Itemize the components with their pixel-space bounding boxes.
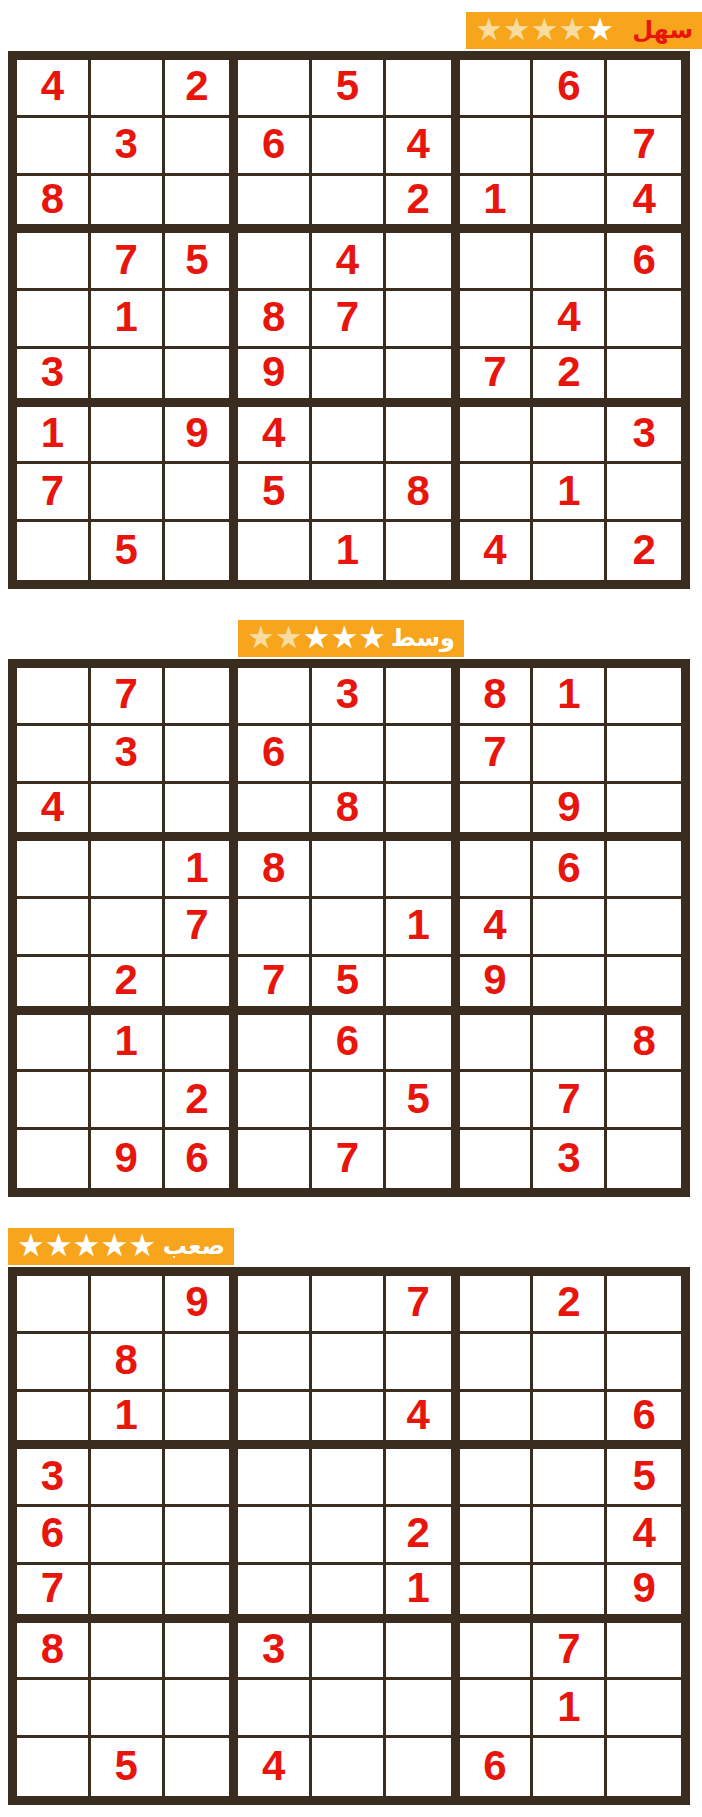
sudoku-cell-r8c2[interactable] bbox=[91, 1680, 165, 1738]
star-icon: ★ bbox=[100, 1230, 128, 1261]
sudoku-cell-r9c5[interactable]: 1 bbox=[312, 522, 386, 580]
sudoku-cell-r7c7[interactable] bbox=[460, 1015, 534, 1073]
puzzle-easy: ★★★★★ سهل 425636478214754618743972194375… bbox=[0, 12, 702, 589]
sudoku-cell-r4c7[interactable] bbox=[460, 233, 534, 291]
sudoku-cell-r4c2[interactable] bbox=[91, 841, 165, 899]
star-icon: ★ bbox=[531, 14, 559, 45]
sudoku-cell-r8c2[interactable] bbox=[91, 1072, 165, 1130]
sudoku-cell-r9c4[interactable] bbox=[238, 522, 312, 580]
sudoku-cell-r1c8[interactable]: 6 bbox=[533, 60, 607, 118]
star-icon: ★ bbox=[45, 1230, 73, 1261]
sudoku-cell-r2c5[interactable] bbox=[312, 1334, 386, 1392]
sudoku-cell-r8c6[interactable] bbox=[386, 1680, 460, 1738]
star-icon: ★ bbox=[330, 622, 358, 653]
sudoku-cell-r2c4[interactable] bbox=[238, 1334, 312, 1392]
sudoku-cell-r5c7[interactable]: 4 bbox=[460, 899, 534, 957]
sudoku-cell-r7c9[interactable]: 8 bbox=[607, 1015, 681, 1073]
sudoku-cell-r3c2[interactable]: 1 bbox=[91, 1392, 165, 1450]
sudoku-cell-r4c4[interactable]: 8 bbox=[238, 841, 312, 899]
sudoku-cell-r2c3[interactable] bbox=[165, 118, 239, 176]
sudoku-cell-r4c2[interactable]: 7 bbox=[91, 233, 165, 291]
sudoku-cell-r3c7[interactable] bbox=[460, 784, 534, 842]
star-icon: ★ bbox=[358, 622, 386, 653]
sudoku-cell-r4c1[interactable]: 3 bbox=[17, 1449, 91, 1507]
sudoku-cell-r6c9[interactable]: 9 bbox=[607, 1565, 681, 1623]
sudoku-cell-r5c2[interactable] bbox=[91, 1507, 165, 1565]
sudoku-cell-r6c2[interactable] bbox=[91, 1565, 165, 1623]
sudoku-cell-r6c8[interactable]: 2 bbox=[533, 349, 607, 407]
sudoku-cell-r5c7[interactable] bbox=[460, 291, 534, 349]
star-icon: ★ bbox=[475, 14, 503, 45]
sudoku-cell-r7c6[interactable] bbox=[386, 407, 460, 465]
sudoku-cell-r7c8[interactable]: 7 bbox=[533, 1623, 607, 1681]
sudoku-cell-r1c2[interactable] bbox=[91, 60, 165, 118]
sudoku-cell-r7c3[interactable] bbox=[165, 1623, 239, 1681]
sudoku-cell-r1c1[interactable] bbox=[17, 1276, 91, 1334]
sudoku-cell-r6c1[interactable]: 7 bbox=[17, 1565, 91, 1623]
sudoku-cell-r3c6[interactable] bbox=[386, 784, 460, 842]
sudoku-cell-r3c1[interactable]: 4 bbox=[17, 784, 91, 842]
sudoku-cell-r5c2[interactable]: 1 bbox=[91, 291, 165, 349]
sudoku-cell-r7c2[interactable]: 1 bbox=[91, 1015, 165, 1073]
sudoku-cell-r5c8[interactable] bbox=[533, 1507, 607, 1565]
sudoku-cell-r8c5[interactable] bbox=[312, 1680, 386, 1738]
sudoku-cell-r1c6[interactable] bbox=[386, 668, 460, 726]
difficulty-label-hard: صعب bbox=[163, 1234, 225, 1258]
sudoku-cell-r5c6[interactable] bbox=[386, 291, 460, 349]
sudoku-cell-r9c1[interactable] bbox=[17, 1738, 91, 1796]
sudoku-cell-r6c8[interactable] bbox=[533, 957, 607, 1015]
sudoku-cell-r8c1[interactable] bbox=[17, 1680, 91, 1738]
sudoku-cell-r3c5[interactable] bbox=[312, 1392, 386, 1450]
sudoku-cell-r7c2[interactable] bbox=[91, 1623, 165, 1681]
sudoku-cell-r8c6[interactable]: 8 bbox=[386, 464, 460, 522]
sudoku-cell-r9c5[interactable]: 7 bbox=[312, 1130, 386, 1188]
sudoku-cell-r6c7[interactable]: 9 bbox=[460, 957, 534, 1015]
sudoku-cell-r3c3[interactable] bbox=[165, 784, 239, 842]
sudoku-cell-r9c8[interactable]: 3 bbox=[533, 1130, 607, 1188]
sudoku-cell-r4c8[interactable]: 6 bbox=[533, 841, 607, 899]
difficulty-banner-medium: ★★★★★ وسط bbox=[238, 620, 464, 657]
gap-2 bbox=[0, 1197, 702, 1228]
sudoku-cell-r1c7[interactable]: 8 bbox=[460, 668, 534, 726]
sudoku-cell-r2c5[interactable] bbox=[312, 726, 386, 784]
sudoku-cell-r2c2[interactable]: 3 bbox=[91, 726, 165, 784]
sudoku-cell-r4c8[interactable] bbox=[533, 1449, 607, 1507]
sudoku-cell-r9c6[interactable] bbox=[386, 1738, 460, 1796]
sudoku-cell-r8c4[interactable] bbox=[238, 1072, 312, 1130]
sudoku-cell-r2c6[interactable] bbox=[386, 1334, 460, 1392]
difficulty-stars-hard: ★★★★★ bbox=[17, 1231, 156, 1262]
puzzle-medium: ★★★★★ وسط 738136748918671427591682579673 bbox=[0, 620, 702, 1197]
sudoku-cell-r4c8[interactable] bbox=[533, 233, 607, 291]
sudoku-cell-r8c9[interactable] bbox=[607, 464, 681, 522]
star-icon: ★ bbox=[503, 14, 531, 45]
sudoku-cell-r6c7[interactable]: 7 bbox=[460, 349, 534, 407]
sudoku-cell-r9c1[interactable] bbox=[17, 522, 91, 580]
sudoku-cell-r3c3[interactable] bbox=[165, 1392, 239, 1450]
sudoku-cell-r8c3[interactable] bbox=[165, 1680, 239, 1738]
sudoku-cell-r6c4[interactable]: 9 bbox=[238, 349, 312, 407]
sudoku-cell-r7c1[interactable]: 8 bbox=[17, 1623, 91, 1681]
star-icon: ★ bbox=[586, 14, 614, 45]
sudoku-cell-r1c1[interactable]: 4 bbox=[17, 60, 91, 118]
difficulty-label-easy: سهل bbox=[632, 18, 693, 42]
sudoku-cell-r7c4[interactable]: 4 bbox=[238, 407, 312, 465]
sudoku-cell-r5c8[interactable]: 4 bbox=[533, 291, 607, 349]
sudoku-cell-r2c8[interactable] bbox=[533, 1334, 607, 1392]
sudoku-cell-r4c3[interactable]: 1 bbox=[165, 841, 239, 899]
difficulty-label-medium: وسط bbox=[391, 626, 455, 650]
sudoku-cell-r3c6[interactable]: 4 bbox=[386, 1392, 460, 1450]
sudoku-cell-r3c9[interactable] bbox=[607, 784, 681, 842]
sudoku-cell-r4c7[interactable] bbox=[460, 1449, 534, 1507]
sudoku-cell-r7c4[interactable]: 3 bbox=[238, 1623, 312, 1681]
sudoku-grid-hard: 9728146356247198371546 bbox=[8, 1267, 690, 1805]
difficulty-stars-easy: ★★★★★ bbox=[475, 15, 614, 46]
sudoku-cell-r2c9[interactable] bbox=[607, 1334, 681, 1392]
sudoku-cell-r6c8[interactable] bbox=[533, 1565, 607, 1623]
sudoku-cell-r1c2[interactable]: 7 bbox=[91, 668, 165, 726]
sudoku-cell-r9c3[interactable] bbox=[165, 522, 239, 580]
sudoku-cell-r4c9[interactable]: 6 bbox=[607, 233, 681, 291]
sudoku-cell-r3c5[interactable] bbox=[312, 176, 386, 234]
sudoku-cell-r6c6[interactable] bbox=[386, 957, 460, 1015]
top-margin bbox=[0, 0, 702, 12]
sudoku-cell-r6c4[interactable] bbox=[238, 1565, 312, 1623]
sudoku-cell-r1c7[interactable] bbox=[460, 1276, 534, 1334]
sudoku-cell-r6c9[interactable] bbox=[607, 349, 681, 407]
difficulty-banner-hard: ★★★★★ صعب bbox=[8, 1228, 234, 1265]
sudoku-cell-r1c5[interactable]: 5 bbox=[312, 60, 386, 118]
sudoku-grid-easy: 425636478214754618743972194375815142 bbox=[8, 51, 690, 589]
sudoku-cell-r2c7[interactable]: 7 bbox=[460, 726, 534, 784]
sudoku-cell-r1c6[interactable]: 7 bbox=[386, 1276, 460, 1334]
sudoku-cell-r8c2[interactable] bbox=[91, 464, 165, 522]
sudoku-cell-r7c9[interactable] bbox=[607, 1623, 681, 1681]
sudoku-cell-r4c5[interactable]: 4 bbox=[312, 233, 386, 291]
sudoku-cell-r3c4[interactable] bbox=[238, 176, 312, 234]
sudoku-cell-r5c3[interactable] bbox=[165, 291, 239, 349]
sudoku-cell-r5c7[interactable] bbox=[460, 1507, 534, 1565]
sudoku-cell-r4c6[interactable] bbox=[386, 841, 460, 899]
sudoku-cell-r2c4[interactable]: 6 bbox=[238, 726, 312, 784]
sudoku-cell-r3c8[interactable]: 9 bbox=[533, 784, 607, 842]
sudoku-cell-r6c6[interactable] bbox=[386, 349, 460, 407]
sudoku-cell-r1c5[interactable]: 3 bbox=[312, 668, 386, 726]
sudoku-cell-r9c6[interactable] bbox=[386, 522, 460, 580]
sudoku-cell-r9c4[interactable]: 4 bbox=[238, 1738, 312, 1796]
sudoku-cell-r7c7[interactable] bbox=[460, 407, 534, 465]
sudoku-cell-r9c2[interactable]: 5 bbox=[91, 1738, 165, 1796]
sudoku-grid-medium: 738136748918671427591682579673 bbox=[8, 659, 690, 1197]
sudoku-cell-r3c7[interactable] bbox=[460, 1392, 534, 1450]
sudoku-cell-r6c3[interactable] bbox=[165, 1565, 239, 1623]
sudoku-cell-r2c9[interactable]: 7 bbox=[607, 118, 681, 176]
sudoku-cell-r1c3[interactable]: 2 bbox=[165, 60, 239, 118]
sudoku-cell-r2c2[interactable]: 3 bbox=[91, 118, 165, 176]
sudoku-cell-r1c9[interactable] bbox=[607, 668, 681, 726]
sudoku-cell-r7c8[interactable] bbox=[533, 407, 607, 465]
sudoku-cell-r6c1[interactable] bbox=[17, 957, 91, 1015]
sudoku-cell-r6c3[interactable] bbox=[165, 349, 239, 407]
sudoku-cell-r1c8[interactable]: 1 bbox=[533, 668, 607, 726]
sudoku-cell-r5c5[interactable] bbox=[312, 899, 386, 957]
sudoku-cell-r7c5[interactable] bbox=[312, 1623, 386, 1681]
sudoku-cell-r1c8[interactable]: 2 bbox=[533, 1276, 607, 1334]
sudoku-cell-r6c2[interactable]: 2 bbox=[91, 957, 165, 1015]
sudoku-cell-r4c4[interactable] bbox=[238, 233, 312, 291]
star-icon: ★ bbox=[303, 622, 331, 653]
sudoku-cell-r2c7[interactable] bbox=[460, 1334, 534, 1392]
sudoku-cell-r7c2[interactable] bbox=[91, 407, 165, 465]
sudoku-cell-r6c5[interactable] bbox=[312, 1565, 386, 1623]
sudoku-cell-r8c8[interactable]: 1 bbox=[533, 1680, 607, 1738]
sudoku-cell-r1c3[interactable] bbox=[165, 668, 239, 726]
sudoku-cell-r5c9[interactable] bbox=[607, 291, 681, 349]
sudoku-cell-r2c6[interactable] bbox=[386, 726, 460, 784]
sudoku-cell-r5c6[interactable]: 1 bbox=[386, 899, 460, 957]
sudoku-cell-r4c1[interactable] bbox=[17, 841, 91, 899]
sudoku-cell-r6c1[interactable]: 3 bbox=[17, 349, 91, 407]
sudoku-cell-r3c1[interactable]: 8 bbox=[17, 176, 91, 234]
sudoku-cell-r1c1[interactable] bbox=[17, 668, 91, 726]
sudoku-cell-r4c7[interactable] bbox=[460, 841, 534, 899]
sudoku-cell-r3c6[interactable]: 2 bbox=[386, 176, 460, 234]
sudoku-cell-r5c4[interactable] bbox=[238, 1507, 312, 1565]
star-icon: ★ bbox=[17, 1230, 45, 1261]
sudoku-cell-r4c1[interactable] bbox=[17, 233, 91, 291]
star-icon: ★ bbox=[558, 14, 586, 45]
sudoku-cell-r2c8[interactable] bbox=[533, 726, 607, 784]
sudoku-cell-r8c7[interactable] bbox=[460, 1072, 534, 1130]
sudoku-cell-r9c7[interactable]: 4 bbox=[460, 522, 534, 580]
sudoku-cell-r8c5[interactable] bbox=[312, 1072, 386, 1130]
sudoku-cell-r1c4[interactable] bbox=[238, 668, 312, 726]
sudoku-cell-r9c9[interactable] bbox=[607, 1738, 681, 1796]
sudoku-cell-r9c4[interactable] bbox=[238, 1130, 312, 1188]
sudoku-cell-r1c6[interactable] bbox=[386, 60, 460, 118]
sudoku-cell-r9c6[interactable] bbox=[386, 1130, 460, 1188]
sudoku-cell-r8c7[interactable] bbox=[460, 1680, 534, 1738]
sudoku-cell-r7c1[interactable]: 1 bbox=[17, 407, 91, 465]
sudoku-cell-r3c3[interactable] bbox=[165, 176, 239, 234]
sudoku-cell-r7c5[interactable] bbox=[312, 407, 386, 465]
sudoku-cell-r9c3[interactable]: 6 bbox=[165, 1130, 239, 1188]
sudoku-cell-r1c7[interactable] bbox=[460, 60, 534, 118]
sudoku-cell-r8c4[interactable]: 5 bbox=[238, 464, 312, 522]
sudoku-cell-r5c3[interactable] bbox=[165, 1507, 239, 1565]
sudoku-cell-r4c5[interactable] bbox=[312, 841, 386, 899]
star-icon: ★ bbox=[73, 1230, 101, 1261]
sudoku-cell-r7c6[interactable] bbox=[386, 1015, 460, 1073]
sudoku-cell-r4c5[interactable] bbox=[312, 1449, 386, 1507]
sudoku-cell-r2c1[interactable] bbox=[17, 726, 91, 784]
star-icon: ★ bbox=[247, 622, 275, 653]
sudoku-cell-r9c3[interactable] bbox=[165, 1738, 239, 1796]
sudoku-cell-r2c8[interactable] bbox=[533, 118, 607, 176]
sudoku-cell-r7c9[interactable]: 3 bbox=[607, 407, 681, 465]
sudoku-cell-r9c9[interactable] bbox=[607, 1130, 681, 1188]
sudoku-cell-r9c2[interactable]: 9 bbox=[91, 1130, 165, 1188]
sudoku-cell-r7c5[interactable]: 6 bbox=[312, 1015, 386, 1073]
sudoku-cell-r3c9[interactable]: 4 bbox=[607, 176, 681, 234]
sudoku-cell-r5c4[interactable]: 8 bbox=[238, 291, 312, 349]
sudoku-cell-r4c3[interactable]: 5 bbox=[165, 233, 239, 291]
sudoku-cell-r6c5[interactable]: 5 bbox=[312, 957, 386, 1015]
sudoku-cell-r8c1[interactable] bbox=[17, 1072, 91, 1130]
sudoku-cell-r6c6[interactable]: 1 bbox=[386, 1565, 460, 1623]
sudoku-cell-r2c6[interactable]: 4 bbox=[386, 118, 460, 176]
sudoku-cell-r5c3[interactable]: 7 bbox=[165, 899, 239, 957]
sudoku-cell-r9c8[interactable] bbox=[533, 522, 607, 580]
sudoku-cell-r1c3[interactable]: 9 bbox=[165, 1276, 239, 1334]
difficulty-banner-easy: ★★★★★ سهل bbox=[466, 12, 702, 49]
sudoku-cell-r9c8[interactable] bbox=[533, 1738, 607, 1796]
sudoku-cell-r9c9[interactable]: 2 bbox=[607, 522, 681, 580]
sudoku-cell-r7c8[interactable] bbox=[533, 1015, 607, 1073]
sudoku-cell-r4c6[interactable] bbox=[386, 233, 460, 291]
sudoku-cell-r3c2[interactable] bbox=[91, 784, 165, 842]
sudoku-cell-r5c5[interactable] bbox=[312, 1507, 386, 1565]
sudoku-cell-r1c4[interactable] bbox=[238, 1276, 312, 1334]
sudoku-cell-r3c9[interactable]: 6 bbox=[607, 1392, 681, 1450]
sudoku-cell-r8c9[interactable] bbox=[607, 1072, 681, 1130]
sudoku-cell-r5c5[interactable]: 7 bbox=[312, 291, 386, 349]
sudoku-cell-r5c9[interactable] bbox=[607, 899, 681, 957]
sudoku-cell-r2c7[interactable] bbox=[460, 118, 534, 176]
sudoku-cell-r5c9[interactable]: 4 bbox=[607, 1507, 681, 1565]
sudoku-cell-r6c2[interactable] bbox=[91, 349, 165, 407]
sudoku-cell-r4c6[interactable] bbox=[386, 1449, 460, 1507]
sudoku-cell-r8c5[interactable] bbox=[312, 464, 386, 522]
sudoku-cell-r1c4[interactable] bbox=[238, 60, 312, 118]
sudoku-cell-r6c9[interactable] bbox=[607, 957, 681, 1015]
sudoku-cell-r5c6[interactable]: 2 bbox=[386, 1507, 460, 1565]
sudoku-cell-r9c5[interactable] bbox=[312, 1738, 386, 1796]
sudoku-cell-r4c3[interactable] bbox=[165, 1449, 239, 1507]
sudoku-cell-r3c4[interactable] bbox=[238, 784, 312, 842]
sudoku-cell-r5c2[interactable] bbox=[91, 899, 165, 957]
sudoku-cell-r2c9[interactable] bbox=[607, 726, 681, 784]
sudoku-cell-r3c4[interactable] bbox=[238, 1392, 312, 1450]
sudoku-cell-r9c2[interactable]: 5 bbox=[91, 522, 165, 580]
sudoku-cell-r7c4[interactable] bbox=[238, 1015, 312, 1073]
sudoku-cell-r6c7[interactable] bbox=[460, 1565, 534, 1623]
sudoku-cell-r6c4[interactable]: 7 bbox=[238, 957, 312, 1015]
sudoku-cell-r6c5[interactable] bbox=[312, 349, 386, 407]
sudoku-cell-r1c9[interactable] bbox=[607, 60, 681, 118]
sudoku-cell-r1c9[interactable] bbox=[607, 1276, 681, 1334]
sudoku-cell-r8c8[interactable]: 1 bbox=[533, 464, 607, 522]
star-icon: ★ bbox=[275, 622, 303, 653]
sudoku-cell-r8c3[interactable] bbox=[165, 464, 239, 522]
gap-1 bbox=[0, 589, 702, 620]
sudoku-cell-r7c3[interactable]: 9 bbox=[165, 407, 239, 465]
sudoku-cell-r1c5[interactable] bbox=[312, 1276, 386, 1334]
sudoku-cell-r9c1[interactable] bbox=[17, 1130, 91, 1188]
sudoku-cell-r9c7[interactable] bbox=[460, 1130, 534, 1188]
puzzle-hard: ★★★★★ صعب 9728146356247198371546 bbox=[0, 1228, 702, 1805]
sudoku-cell-r8c9[interactable] bbox=[607, 1680, 681, 1738]
sudoku-cell-r3c8[interactable] bbox=[533, 1392, 607, 1450]
sudoku-cell-r4c9[interactable] bbox=[607, 841, 681, 899]
sudoku-cell-r7c1[interactable] bbox=[17, 1015, 91, 1073]
sudoku-cell-r3c5[interactable]: 8 bbox=[312, 784, 386, 842]
sudoku-cell-r4c4[interactable] bbox=[238, 1449, 312, 1507]
sudoku-cell-r2c2[interactable]: 8 bbox=[91, 1334, 165, 1392]
sudoku-cell-r4c9[interactable]: 5 bbox=[607, 1449, 681, 1507]
sudoku-cell-r5c8[interactable] bbox=[533, 899, 607, 957]
sudoku-cell-r8c8[interactable]: 7 bbox=[533, 1072, 607, 1130]
difficulty-stars-medium: ★★★★★ bbox=[247, 623, 386, 654]
sudoku-cell-r1c2[interactable] bbox=[91, 1276, 165, 1334]
sudoku-cell-r5c4[interactable] bbox=[238, 899, 312, 957]
sudoku-cell-r3c1[interactable] bbox=[17, 1392, 91, 1450]
sudoku-cell-r5c1[interactable] bbox=[17, 291, 91, 349]
sudoku-cell-r8c6[interactable]: 5 bbox=[386, 1072, 460, 1130]
sudoku-cell-r3c8[interactable] bbox=[533, 176, 607, 234]
sudoku-cell-r2c4[interactable]: 6 bbox=[238, 118, 312, 176]
sudoku-cell-r2c1[interactable] bbox=[17, 1334, 91, 1392]
sudoku-cell-r8c4[interactable] bbox=[238, 1680, 312, 1738]
sudoku-cell-r5c1[interactable]: 6 bbox=[17, 1507, 91, 1565]
sudoku-cell-r8c7[interactable] bbox=[460, 464, 534, 522]
sudoku-cell-r7c3[interactable] bbox=[165, 1015, 239, 1073]
sudoku-cell-r7c7[interactable] bbox=[460, 1623, 534, 1681]
sudoku-cell-r8c1[interactable]: 7 bbox=[17, 464, 91, 522]
sudoku-cell-r8c3[interactable]: 2 bbox=[165, 1072, 239, 1130]
star-icon: ★ bbox=[128, 1230, 156, 1261]
sudoku-cell-r2c1[interactable] bbox=[17, 118, 91, 176]
sudoku-cell-r2c3[interactable] bbox=[165, 1334, 239, 1392]
sudoku-cell-r2c3[interactable] bbox=[165, 726, 239, 784]
sudoku-cell-r6c3[interactable] bbox=[165, 957, 239, 1015]
sudoku-cell-r4c2[interactable] bbox=[91, 1449, 165, 1507]
sudoku-cell-r9c7[interactable]: 6 bbox=[460, 1738, 534, 1796]
sudoku-cell-r5c1[interactable] bbox=[17, 899, 91, 957]
sudoku-cell-r3c2[interactable] bbox=[91, 176, 165, 234]
sudoku-cell-r3c7[interactable]: 1 bbox=[460, 176, 534, 234]
sudoku-cell-r7c6[interactable] bbox=[386, 1623, 460, 1681]
sudoku-cell-r2c5[interactable] bbox=[312, 118, 386, 176]
